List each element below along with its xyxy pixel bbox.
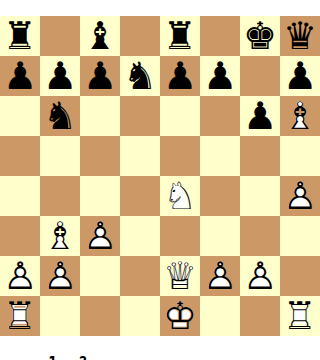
square-a7[interactable]: ♟ [0,56,40,96]
square-b4[interactable] [40,176,80,216]
white-piece-outline-layer: ♖ [280,296,320,336]
square-a1[interactable]: ♜♖ [0,296,40,336]
square-b1[interactable] [40,296,80,336]
white-piece-outline-layer: ♙ [0,256,40,296]
black-king-g8[interactable]: ♚ [240,16,280,56]
square-c2[interactable] [80,256,120,296]
black-piece-solid-layer: ♛ [280,16,320,56]
square-a4[interactable] [0,176,40,216]
white-bishop-b3[interactable]: ♝♗ [40,216,80,256]
white-piece-outline-layer: ♙ [200,256,240,296]
black-piece-solid-layer: ♞ [120,56,160,96]
square-h7[interactable]: ♟ [280,56,320,96]
square-f6[interactable] [200,96,240,136]
white-pawn-c3[interactable]: ♟♙ [80,216,120,256]
white-king-e1[interactable]: ♚♔ [160,296,200,336]
black-queen-h8[interactable]: ♛ [280,16,320,56]
black-piece-solid-layer: ♟ [200,56,240,96]
black-piece-solid-layer: ♟ [240,96,280,136]
square-c3[interactable]: ♟♙ [80,216,120,256]
square-h4[interactable]: ♟♙ [280,176,320,216]
black-bishop-c8[interactable]: ♝ [80,16,120,56]
white-piece-outline-layer: ♗ [40,216,80,256]
square-f3[interactable] [200,216,240,256]
black-piece-solid-layer: ♟ [160,56,200,96]
square-h1[interactable]: ♜♖ [280,296,320,336]
white-bishop-h6[interactable]: ♝♗ [280,96,320,136]
black-pawn-f7[interactable]: ♟ [200,56,240,96]
square-c5[interactable] [80,136,120,176]
status-bar: 1. ? [0,336,320,360]
square-a8[interactable]: ♜ [0,16,40,56]
white-piece-outline-layer: ♘ [160,176,200,216]
square-e2[interactable]: ♛♕ [160,256,200,296]
square-h6[interactable]: ♝♗ [280,96,320,136]
square-d8[interactable] [120,16,160,56]
white-rook-h1[interactable]: ♜♖ [280,296,320,336]
square-f2[interactable]: ♟♙ [200,256,240,296]
square-g8[interactable]: ♚ [240,16,280,56]
square-e3[interactable] [160,216,200,256]
white-piece-outline-layer: ♙ [40,256,80,296]
white-piece-outline-layer: ♕ [160,256,200,296]
white-pawn-a2[interactable]: ♟♙ [0,256,40,296]
white-pawn-b2[interactable]: ♟♙ [40,256,80,296]
square-g7[interactable] [240,56,280,96]
black-pawn-h7[interactable]: ♟ [280,56,320,96]
square-d3[interactable] [120,216,160,256]
black-pawn-b7[interactable]: ♟ [40,56,80,96]
square-e8[interactable]: ♜ [160,16,200,56]
white-pawn-h4[interactable]: ♟♙ [280,176,320,216]
square-c8[interactable]: ♝ [80,16,120,56]
white-pawn-g2[interactable]: ♟♙ [240,256,280,296]
square-c1[interactable] [80,296,120,336]
chess-board: ♜♝♜♚♛♟♟♟♞♟♟♟♞♟♝♗♞♘♟♙♝♗♟♙♟♙♟♙♛♕♟♙♟♙♜♖♚♔♜♖ [0,16,320,336]
black-pawn-c7[interactable]: ♟ [80,56,120,96]
square-b7[interactable]: ♟ [40,56,80,96]
square-b5[interactable] [40,136,80,176]
square-g4[interactable] [240,176,280,216]
square-a6[interactable] [0,96,40,136]
square-h5[interactable] [280,136,320,176]
square-d2[interactable] [120,256,160,296]
black-rook-e8[interactable]: ♜ [160,16,200,56]
square-d4[interactable] [120,176,160,216]
black-pawn-g6[interactable]: ♟ [240,96,280,136]
black-piece-solid-layer: ♟ [80,56,120,96]
square-d1[interactable] [120,296,160,336]
white-piece-outline-layer: ♙ [240,256,280,296]
white-piece-outline-layer: ♖ [0,296,40,336]
square-e1[interactable]: ♚♔ [160,296,200,336]
white-pawn-f2[interactable]: ♟♙ [200,256,240,296]
white-piece-outline-layer: ♔ [160,296,200,336]
black-piece-solid-layer: ♝ [80,16,120,56]
square-a5[interactable] [0,136,40,176]
square-g3[interactable] [240,216,280,256]
square-e7[interactable]: ♟ [160,56,200,96]
black-piece-solid-layer: ♚ [240,16,280,56]
square-c7[interactable]: ♟ [80,56,120,96]
chess-puzzle-window: BWTC.0496 ♜♝♜♚♛♟♟♟♞♟♟♟♞♟♝♗♞♘♟♙♝♗♟♙♟♙♟♙♛♕… [0,0,320,360]
black-piece-solid-layer: ♟ [0,56,40,96]
square-a2[interactable]: ♟♙ [0,256,40,296]
square-f1[interactable] [200,296,240,336]
square-e6[interactable] [160,96,200,136]
black-pawn-e7[interactable]: ♟ [160,56,200,96]
square-d5[interactable] [120,136,160,176]
square-f8[interactable] [200,16,240,56]
square-e4[interactable]: ♞♘ [160,176,200,216]
square-b8[interactable] [40,16,80,56]
square-b3[interactable]: ♝♗ [40,216,80,256]
black-rook-a8[interactable]: ♜ [0,16,40,56]
square-c6[interactable] [80,96,120,136]
black-knight-d7[interactable]: ♞ [120,56,160,96]
white-piece-outline-layer: ♙ [280,176,320,216]
black-piece-solid-layer: ♟ [280,56,320,96]
square-f7[interactable]: ♟ [200,56,240,96]
black-piece-solid-layer: ♟ [40,56,80,96]
square-b6[interactable]: ♞ [40,96,80,136]
square-b2[interactable]: ♟♙ [40,256,80,296]
white-knight-e4[interactable]: ♞♘ [160,176,200,216]
square-d7[interactable]: ♞ [120,56,160,96]
white-rook-a1[interactable]: ♜♖ [0,296,40,336]
square-g1[interactable] [240,296,280,336]
black-piece-solid-layer: ♞ [40,96,80,136]
black-pawn-a7[interactable]: ♟ [0,56,40,96]
square-a3[interactable] [0,216,40,256]
square-d6[interactable] [120,96,160,136]
white-piece-outline-layer: ♗ [280,96,320,136]
square-h8[interactable]: ♛ [280,16,320,56]
square-f4[interactable] [200,176,240,216]
white-piece-outline-layer: ♙ [80,216,120,256]
white-queen-e2[interactable]: ♛♕ [160,256,200,296]
move-prompt: 1. ? [48,354,88,360]
black-piece-solid-layer: ♜ [160,16,200,56]
square-h2[interactable] [280,256,320,296]
black-piece-solid-layer: ♜ [0,16,40,56]
square-e5[interactable] [160,136,200,176]
square-c4[interactable] [80,176,120,216]
square-h3[interactable] [280,216,320,256]
square-g6[interactable]: ♟ [240,96,280,136]
square-g5[interactable] [240,136,280,176]
black-knight-b6[interactable]: ♞ [40,96,80,136]
square-f5[interactable] [200,136,240,176]
square-g2[interactable]: ♟♙ [240,256,280,296]
